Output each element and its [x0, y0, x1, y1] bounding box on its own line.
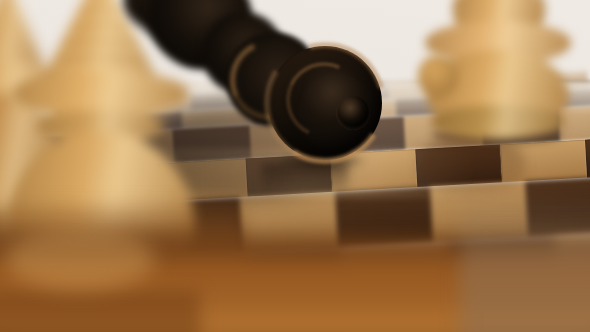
- king-finial-tip: [336, 96, 370, 130]
- foreground-blur-right: [460, 190, 590, 332]
- foreground-corner-shade: [0, 290, 200, 332]
- pawn-base-reflection: [5, 228, 155, 290]
- chess-macro-photo-scene: ♙ ♙ ♙ ♙ ♚: [0, 0, 590, 332]
